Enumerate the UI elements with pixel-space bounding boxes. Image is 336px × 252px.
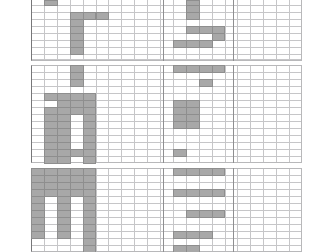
shaded-cell (83, 156, 97, 164)
shaded-cell (199, 79, 213, 87)
shaded-cell (199, 65, 213, 73)
graph-paper-page (0, 0, 336, 252)
shaded-cell (173, 121, 187, 129)
shaded-cell (173, 40, 187, 48)
shaded-cell (83, 12, 97, 20)
heavy-vertical-rule (233, 65, 234, 163)
band-middle-grid (31, 65, 302, 163)
heavy-vertical-rule (163, 65, 164, 163)
shaded-cell (212, 210, 226, 218)
shaded-cell (186, 12, 200, 20)
shaded-cell (70, 149, 84, 157)
shaded-cell (70, 47, 84, 55)
shaded-cell (186, 26, 200, 34)
shaded-cell (96, 12, 110, 20)
shaded-cell (70, 79, 84, 87)
shaded-cell (186, 210, 200, 218)
shaded-cell (212, 189, 226, 197)
heavy-vertical-rule (163, 168, 164, 252)
shaded-cell (212, 168, 226, 176)
shaded-cell (173, 65, 187, 73)
shaded-cell (173, 245, 187, 252)
shaded-cell (57, 231, 71, 239)
shaded-cell (199, 168, 213, 176)
shaded-cell (173, 231, 187, 239)
band-bottom-grid (31, 168, 302, 252)
shaded-cell (199, 189, 213, 197)
heavy-vertical-rule (163, 0, 164, 61)
shaded-cell (199, 40, 213, 48)
heavy-vertical-rule (233, 168, 234, 252)
shaded-cell (186, 189, 200, 197)
shaded-cell (44, 0, 58, 6)
shaded-cell (186, 168, 200, 176)
shaded-cell (44, 93, 58, 101)
shaded-cell (199, 231, 213, 239)
shaded-cell (44, 156, 58, 164)
shaded-cell (173, 189, 187, 197)
shaded-cell (173, 168, 187, 176)
shaded-cell (83, 245, 97, 252)
shaded-cell (199, 210, 213, 218)
shaded-cell (70, 107, 84, 115)
heavy-vertical-rule (233, 0, 234, 61)
shaded-cell (70, 189, 84, 197)
shaded-cell (173, 149, 187, 157)
shaded-cell (31, 231, 45, 239)
shaded-cell (186, 121, 200, 129)
shaded-cell (44, 189, 58, 197)
shaded-cell (186, 40, 200, 48)
shaded-cell (212, 65, 226, 73)
shaded-cell (199, 26, 213, 34)
shaded-cell (186, 65, 200, 73)
shaded-cell (57, 156, 71, 164)
shaded-cell (212, 33, 226, 41)
shaded-cell (186, 231, 200, 239)
shaded-cell (186, 245, 200, 252)
band-top-grid (31, 0, 302, 61)
